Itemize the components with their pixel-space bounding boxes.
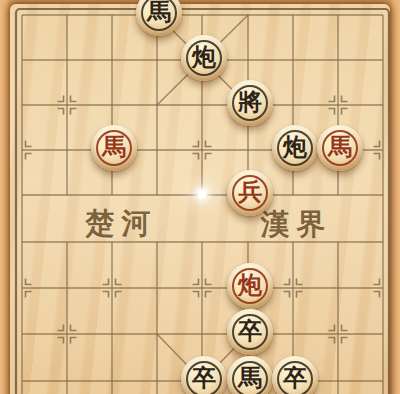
piece-glyph: 炮 — [192, 45, 216, 69]
piece-black-pawn[interactable]: 卒 — [227, 309, 273, 355]
piece-red-horse[interactable]: 馬 — [317, 125, 363, 171]
piece-black-pawn[interactable]: 卒 — [272, 356, 318, 394]
piece-red-pawn[interactable]: 兵 — [227, 170, 273, 216]
piece-red-horse[interactable]: 馬 — [91, 125, 137, 171]
piece-glyph: 馬 — [238, 366, 262, 390]
xiangqi-board[interactable]: 楚河 漢界 馬炮將馬炮馬兵炮卒卒馬卒 — [0, 0, 400, 394]
river-label-right: 漢界 — [254, 205, 333, 245]
river-label-left: 楚河 — [79, 204, 158, 244]
piece-black-pawn[interactable]: 卒 — [181, 356, 227, 394]
piece-glyph: 馬 — [102, 135, 126, 159]
piece-glyph: 馬 — [147, 0, 171, 24]
piece-glyph: 將 — [238, 90, 262, 114]
piece-glyph: 卒 — [238, 319, 262, 343]
piece-black-horse[interactable]: 馬 — [227, 356, 273, 394]
piece-glyph: 兵 — [238, 180, 262, 204]
piece-black-cannon[interactable]: 炮 — [272, 125, 318, 171]
piece-black-general[interactable]: 將 — [227, 80, 273, 126]
piece-red-cannon[interactable]: 炮 — [227, 263, 273, 309]
piece-glyph: 炮 — [238, 273, 262, 297]
piece-glyph: 馬 — [328, 135, 352, 159]
piece-black-cannon[interactable]: 炮 — [181, 35, 227, 81]
piece-glyph: 卒 — [283, 366, 307, 390]
piece-glyph: 炮 — [283, 135, 307, 159]
piece-glyph: 卒 — [192, 366, 216, 390]
highlight-dot — [198, 190, 207, 199]
